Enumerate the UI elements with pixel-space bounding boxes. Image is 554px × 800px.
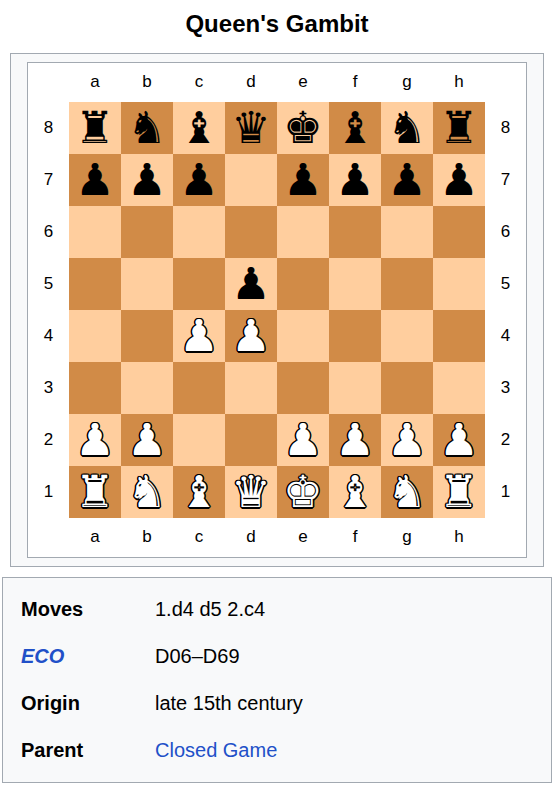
info-row-parent: Parent Closed Game — [3, 727, 551, 774]
parent-value: Closed Game — [155, 739, 277, 762]
black-pawn: ♟ — [387, 154, 426, 206]
square-c4: ♟ — [173, 310, 225, 362]
rank-label-left-5: 5 — [28, 258, 69, 310]
closed-game-link[interactable]: Closed Game — [155, 739, 277, 761]
black-pawn: ♟ — [439, 154, 478, 206]
square-g3 — [381, 362, 433, 414]
square-c5 — [173, 258, 225, 310]
black-pawn: ♟ — [75, 154, 114, 206]
square-d8: ♛ — [225, 102, 277, 154]
square-h7: ♟ — [433, 154, 485, 206]
white-bishop: ♝ — [179, 466, 218, 518]
square-a6 — [69, 206, 121, 258]
corner-top-right — [485, 63, 526, 102]
square-b6 — [121, 206, 173, 258]
rank-label-left-3: 3 — [28, 362, 69, 414]
file-label-top-f: f — [329, 63, 381, 102]
eco-value: D06–D69 — [155, 645, 240, 668]
white-knight: ♞ — [127, 466, 166, 518]
square-c2 — [173, 414, 225, 466]
rank-label-left-8: 8 — [28, 102, 69, 154]
square-f4 — [329, 310, 381, 362]
white-pawn: ♟ — [283, 414, 322, 466]
square-e7: ♟ — [277, 154, 329, 206]
file-label-top-d: d — [225, 63, 277, 102]
rank-label-right-4: 4 — [485, 310, 526, 362]
square-c1: ♝ — [173, 466, 225, 518]
origin-value: late 15th century — [155, 692, 303, 715]
square-e1: ♚ — [277, 466, 329, 518]
file-label-top-h: h — [433, 63, 485, 102]
infobox-rows: Moves 1.d4 d5 2.c4 ECO D06–D69 Origin la… — [2, 577, 552, 783]
square-a3 — [69, 362, 121, 414]
black-pawn: ♟ — [127, 154, 166, 206]
square-e8: ♚ — [277, 102, 329, 154]
rank-label-left-1: 1 — [28, 466, 69, 518]
file-label-bottom-g: g — [381, 518, 433, 557]
moves-value: 1.d4 d5 2.c4 — [155, 598, 265, 621]
black-pawn: ♟ — [231, 258, 270, 310]
square-a1: ♜ — [69, 466, 121, 518]
rank-label-right-5: 5 — [485, 258, 526, 310]
corner-top-left — [28, 63, 69, 102]
square-h5 — [433, 258, 485, 310]
black-rook: ♜ — [75, 102, 114, 154]
white-pawn: ♟ — [127, 414, 166, 466]
square-b1: ♞ — [121, 466, 173, 518]
file-label-bottom-e: e — [277, 518, 329, 557]
square-g7: ♟ — [381, 154, 433, 206]
square-d3 — [225, 362, 277, 414]
rank-label-left-2: 2 — [28, 414, 69, 466]
black-bishop: ♝ — [179, 102, 218, 154]
corner-bottom-left — [28, 518, 69, 557]
white-knight: ♞ — [387, 466, 426, 518]
file-label-top-g: g — [381, 63, 433, 102]
white-pawn: ♟ — [179, 310, 218, 362]
square-f2: ♟ — [329, 414, 381, 466]
black-pawn: ♟ — [335, 154, 374, 206]
file-label-bottom-h: h — [433, 518, 485, 557]
rank-label-right-3: 3 — [485, 362, 526, 414]
square-h1: ♜ — [433, 466, 485, 518]
square-d7 — [225, 154, 277, 206]
rank-label-right-2: 2 — [485, 414, 526, 466]
white-pawn: ♟ — [335, 414, 374, 466]
info-row-origin: Origin late 15th century — [3, 680, 551, 727]
square-a4 — [69, 310, 121, 362]
white-pawn: ♟ — [75, 414, 114, 466]
moves-label: Moves — [3, 598, 155, 621]
square-b5 — [121, 258, 173, 310]
black-knight: ♞ — [127, 102, 166, 154]
square-b8: ♞ — [121, 102, 173, 154]
infobox: Queen's Gambit abcdefgh8♜♞♝♛♚♝♞♜87♟♟♟♟♟♟… — [0, 0, 554, 783]
file-label-bottom-c: c — [173, 518, 225, 557]
white-pawn: ♟ — [387, 414, 426, 466]
file-label-top-a: a — [69, 63, 121, 102]
black-queen: ♛ — [231, 102, 270, 154]
square-e5 — [277, 258, 329, 310]
rank-label-right-8: 8 — [485, 102, 526, 154]
eco-link[interactable]: ECO — [21, 645, 64, 667]
square-c7: ♟ — [173, 154, 225, 206]
file-label-top-e: e — [277, 63, 329, 102]
black-bishop: ♝ — [335, 102, 374, 154]
square-d4: ♟ — [225, 310, 277, 362]
square-d2 — [225, 414, 277, 466]
file-label-bottom-a: a — [69, 518, 121, 557]
info-row-eco: ECO D06–D69 — [3, 633, 551, 680]
square-b4 — [121, 310, 173, 362]
file-label-top-c: c — [173, 63, 225, 102]
black-pawn: ♟ — [283, 154, 322, 206]
square-f3 — [329, 362, 381, 414]
chess-board: abcdefgh8♜♞♝♛♚♝♞♜87♟♟♟♟♟♟♟7665♟54♟♟4332♟… — [28, 63, 526, 557]
square-f8: ♝ — [329, 102, 381, 154]
square-f6 — [329, 206, 381, 258]
square-e4 — [277, 310, 329, 362]
square-d5: ♟ — [225, 258, 277, 310]
white-queen: ♛ — [231, 466, 270, 518]
white-bishop: ♝ — [335, 466, 374, 518]
square-a5 — [69, 258, 121, 310]
square-b7: ♟ — [121, 154, 173, 206]
square-e3 — [277, 362, 329, 414]
board-image-frame: abcdefgh8♜♞♝♛♚♝♞♜87♟♟♟♟♟♟♟7665♟54♟♟4332♟… — [10, 53, 544, 567]
rank-label-right-6: 6 — [485, 206, 526, 258]
white-rook: ♜ — [75, 466, 114, 518]
square-h6 — [433, 206, 485, 258]
parent-label: Parent — [3, 739, 155, 762]
square-g1: ♞ — [381, 466, 433, 518]
white-rook: ♜ — [439, 466, 478, 518]
rank-label-left-4: 4 — [28, 310, 69, 362]
origin-label: Origin — [3, 692, 155, 715]
rank-label-right-1: 1 — [485, 466, 526, 518]
white-king: ♚ — [283, 466, 322, 518]
file-label-bottom-d: d — [225, 518, 277, 557]
file-label-bottom-f: f — [329, 518, 381, 557]
square-d1: ♛ — [225, 466, 277, 518]
square-b3 — [121, 362, 173, 414]
square-h4 — [433, 310, 485, 362]
square-a7: ♟ — [69, 154, 121, 206]
board-diagram: abcdefgh8♜♞♝♛♚♝♞♜87♟♟♟♟♟♟♟7665♟54♟♟4332♟… — [27, 62, 527, 558]
rank-label-left-7: 7 — [28, 154, 69, 206]
square-h8: ♜ — [433, 102, 485, 154]
file-label-top-b: b — [121, 63, 173, 102]
white-pawn: ♟ — [231, 310, 270, 362]
square-h3 — [433, 362, 485, 414]
square-e6 — [277, 206, 329, 258]
file-label-bottom-b: b — [121, 518, 173, 557]
white-pawn: ♟ — [439, 414, 478, 466]
square-g2: ♟ — [381, 414, 433, 466]
square-f7: ♟ — [329, 154, 381, 206]
square-g8: ♞ — [381, 102, 433, 154]
rank-label-right-7: 7 — [485, 154, 526, 206]
square-h2: ♟ — [433, 414, 485, 466]
square-f1: ♝ — [329, 466, 381, 518]
black-pawn: ♟ — [179, 154, 218, 206]
square-g4 — [381, 310, 433, 362]
black-rook: ♜ — [439, 102, 478, 154]
square-g6 — [381, 206, 433, 258]
corner-bottom-right — [485, 518, 526, 557]
black-king: ♚ — [283, 102, 322, 154]
page-title: Queen's Gambit — [0, 0, 554, 53]
square-a2: ♟ — [69, 414, 121, 466]
square-g5 — [381, 258, 433, 310]
info-row-moves: Moves 1.d4 d5 2.c4 — [3, 586, 551, 633]
eco-label: ECO — [3, 645, 155, 668]
rank-label-left-6: 6 — [28, 206, 69, 258]
square-c6 — [173, 206, 225, 258]
square-c3 — [173, 362, 225, 414]
black-knight: ♞ — [387, 102, 426, 154]
square-b2: ♟ — [121, 414, 173, 466]
square-c8: ♝ — [173, 102, 225, 154]
square-e2: ♟ — [277, 414, 329, 466]
square-a8: ♜ — [69, 102, 121, 154]
square-f5 — [329, 258, 381, 310]
square-d6 — [225, 206, 277, 258]
